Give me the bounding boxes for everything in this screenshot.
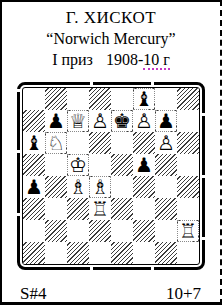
square-g6: ♙	[155, 132, 177, 154]
black-king: ♚	[112, 111, 132, 131]
square-c7: ♕	[67, 110, 89, 132]
square-g7: ♟	[155, 110, 177, 132]
square-e1	[111, 242, 133, 264]
square-e7: ♚	[111, 110, 133, 132]
square-g8	[155, 88, 177, 110]
date-text-spellchecked: 10 г	[143, 51, 170, 70]
black-pawn: ♟	[47, 110, 65, 132]
square-a3	[23, 198, 45, 220]
square-f6	[133, 132, 155, 154]
white-bishop: ♗	[90, 177, 110, 197]
author-name: Г. ХИСКОТ	[2, 7, 220, 28]
square-a6: ♝	[23, 132, 45, 154]
square-a7	[23, 110, 45, 132]
square-g3	[155, 198, 177, 220]
problem-header: Г. ХИСКОТ “Norwich Mercury” I приз1908-1…	[2, 2, 220, 70]
square-h3	[177, 198, 199, 220]
square-h4	[177, 176, 199, 198]
date-text: 1908-	[106, 51, 143, 68]
square-d3: ♖	[89, 198, 111, 220]
square-g5	[155, 154, 177, 176]
square-e2	[111, 220, 133, 242]
square-c8	[67, 88, 89, 110]
border-tick	[90, 82, 93, 86]
square-g2	[155, 220, 177, 242]
chessboard: ♝♟♕♙♚♙♟♝♘♙♔♟♟♗♗♖♖	[23, 88, 199, 264]
square-b7: ♟	[45, 110, 67, 132]
award-line: I приз1908-10 г	[2, 49, 220, 70]
square-h5	[177, 154, 199, 176]
white-pawn: ♙	[157, 132, 175, 154]
problem-card: Г. ХИСКОТ “Norwich Mercury” I приз1908-1…	[0, 0, 222, 305]
material-count-text: 10+7	[166, 284, 201, 304]
source-name: “Norwich Mercury”	[2, 28, 220, 49]
square-d6	[89, 132, 111, 154]
black-bishop: ♝	[134, 89, 154, 109]
white-rook: ♖	[178, 221, 198, 241]
square-b4	[45, 176, 67, 198]
square-h6	[177, 132, 199, 154]
square-f3	[133, 198, 155, 220]
square-f8: ♝	[133, 88, 155, 110]
square-c6	[67, 132, 89, 154]
square-f4	[133, 176, 155, 198]
square-e8	[111, 88, 133, 110]
square-e4	[111, 176, 133, 198]
square-b8	[45, 88, 67, 110]
square-h1	[177, 242, 199, 264]
square-d8	[89, 88, 111, 110]
white-queen: ♕	[68, 111, 88, 131]
square-b3	[45, 198, 67, 220]
square-f5: ♟	[133, 154, 155, 176]
square-a8	[23, 88, 45, 110]
square-c1	[67, 242, 89, 264]
square-b1	[45, 242, 67, 264]
square-c4: ♗	[67, 176, 89, 198]
square-h2: ♖	[177, 220, 199, 242]
square-d5	[89, 154, 111, 176]
black-pawn: ♟	[135, 154, 153, 176]
white-pawn: ♙	[135, 110, 153, 132]
border-tick	[201, 237, 205, 240]
border-tick	[201, 175, 205, 178]
chessboard-inner-frame: ♝♟♕♙♚♙♟♝♘♙♔♟♟♗♗♖♖	[22, 87, 200, 265]
square-g1	[155, 242, 177, 264]
square-e5	[111, 154, 133, 176]
square-h7	[177, 110, 199, 132]
chessboard-frame: ♝♟♕♙♚♙♟♝♘♙♔♟♟♗♗♖♖	[17, 82, 205, 270]
square-e3	[111, 198, 133, 220]
white-bishop: ♗	[69, 176, 87, 198]
square-a2	[23, 220, 45, 242]
square-d2	[89, 220, 111, 242]
square-d4: ♗	[89, 176, 111, 198]
border-tick	[90, 266, 93, 270]
stipulation-text: S#4	[20, 284, 46, 304]
square-a4: ♟	[23, 176, 45, 198]
border-tick	[17, 213, 21, 216]
caption-row: S#4 10+7	[2, 284, 220, 304]
square-h8	[177, 88, 199, 110]
white-king: ♔	[68, 155, 88, 175]
square-e6	[111, 132, 133, 154]
square-f1	[133, 242, 155, 264]
border-tick	[201, 113, 205, 116]
black-pawn: ♟	[25, 176, 43, 198]
square-c5: ♔	[67, 154, 89, 176]
square-b6: ♘	[45, 132, 67, 154]
square-f2	[133, 220, 155, 242]
prize-text: I приз	[52, 51, 93, 68]
square-b5	[45, 154, 67, 176]
border-tick	[17, 89, 21, 92]
white-rook: ♖	[91, 198, 109, 220]
square-a1	[23, 242, 45, 264]
square-b2	[45, 220, 67, 242]
border-tick	[17, 150, 21, 153]
border-tick	[151, 266, 154, 270]
border-tick	[151, 82, 154, 86]
square-d1	[89, 242, 111, 264]
black-pawn: ♟	[156, 111, 176, 131]
square-f7: ♙	[133, 110, 155, 132]
black-bishop: ♝	[25, 132, 43, 154]
square-c3	[67, 198, 89, 220]
white-knight: ♘	[46, 133, 66, 153]
square-d7: ♙	[89, 110, 111, 132]
white-pawn: ♙	[91, 110, 109, 132]
square-c2	[67, 220, 89, 242]
square-a5	[23, 154, 45, 176]
square-g4	[155, 176, 177, 198]
